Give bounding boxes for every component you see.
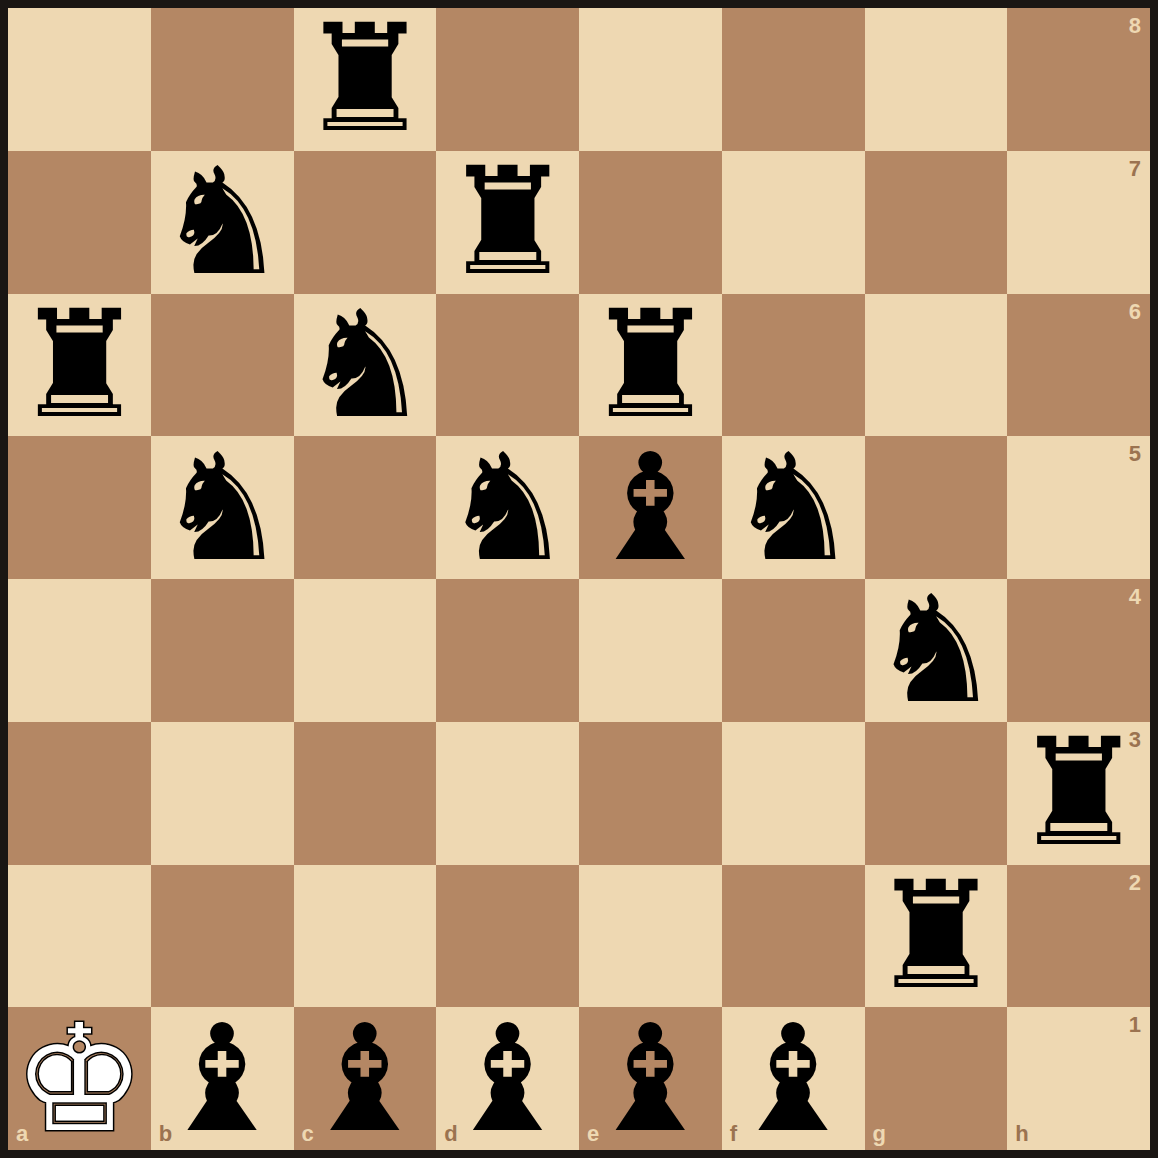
square-g4[interactable]: ♞ bbox=[865, 579, 1008, 722]
black-bishop-f1[interactable]: ♝ bbox=[722, 1007, 865, 1150]
black-bishop-b1[interactable]: ♝ bbox=[151, 1007, 294, 1150]
file-label-g: g bbox=[873, 1123, 886, 1145]
rank-label-4: 4 bbox=[1129, 586, 1141, 608]
rank-label-7: 7 bbox=[1129, 158, 1141, 180]
square-e8[interactable] bbox=[579, 8, 722, 151]
black-knight-b7[interactable]: ♞ bbox=[151, 151, 294, 294]
black-bishop-e1[interactable]: ♝ bbox=[579, 1007, 722, 1150]
square-d5[interactable]: ♞ bbox=[436, 436, 579, 579]
square-d1[interactable]: d♝ bbox=[436, 1007, 579, 1150]
square-e4[interactable] bbox=[579, 579, 722, 722]
square-a5[interactable] bbox=[8, 436, 151, 579]
black-rook-e6[interactable]: ♜ bbox=[579, 294, 722, 437]
square-e6[interactable]: ♜ bbox=[579, 294, 722, 437]
square-g6[interactable] bbox=[865, 294, 1008, 437]
square-d2[interactable] bbox=[436, 865, 579, 1008]
black-bishop-d1[interactable]: ♝ bbox=[436, 1007, 579, 1150]
square-d7[interactable]: ♜ bbox=[436, 151, 579, 294]
square-c4[interactable] bbox=[294, 579, 437, 722]
square-e2[interactable] bbox=[579, 865, 722, 1008]
square-c5[interactable] bbox=[294, 436, 437, 579]
square-g7[interactable] bbox=[865, 151, 1008, 294]
square-g8[interactable] bbox=[865, 8, 1008, 151]
black-rook-a6[interactable]: ♜ bbox=[8, 294, 151, 437]
square-f1[interactable]: f♝ bbox=[722, 1007, 865, 1150]
square-f7[interactable] bbox=[722, 151, 865, 294]
square-f2[interactable] bbox=[722, 865, 865, 1008]
square-d6[interactable] bbox=[436, 294, 579, 437]
square-e1[interactable]: e♝ bbox=[579, 1007, 722, 1150]
square-b7[interactable]: ♞ bbox=[151, 151, 294, 294]
square-a4[interactable] bbox=[8, 579, 151, 722]
rank-label-1: 1 bbox=[1129, 1014, 1141, 1036]
black-rook-c8[interactable]: ♜ bbox=[294, 8, 437, 151]
square-h5[interactable]: 5 bbox=[1007, 436, 1150, 579]
square-c3[interactable] bbox=[294, 722, 437, 865]
square-f6[interactable] bbox=[722, 294, 865, 437]
square-h3[interactable]: 3♜ bbox=[1007, 722, 1150, 865]
rank-label-6: 6 bbox=[1129, 301, 1141, 323]
square-a3[interactable] bbox=[8, 722, 151, 865]
white-king-a1[interactable]: ♚ bbox=[8, 1007, 151, 1150]
file-label-h: h bbox=[1015, 1123, 1028, 1145]
square-b3[interactable] bbox=[151, 722, 294, 865]
square-b6[interactable] bbox=[151, 294, 294, 437]
rank-label-8: 8 bbox=[1129, 15, 1141, 37]
rank-label-2: 2 bbox=[1129, 872, 1141, 894]
black-knight-g4[interactable]: ♞ bbox=[865, 579, 1008, 722]
square-f8[interactable] bbox=[722, 8, 865, 151]
square-d8[interactable] bbox=[436, 8, 579, 151]
chess-board: ♜8♞♜7♜♞♜6♞♞♝♞5♞43♜♜2a♚b♝c♝d♝e♝f♝g1h bbox=[8, 8, 1150, 1150]
square-d4[interactable] bbox=[436, 579, 579, 722]
square-b2[interactable] bbox=[151, 865, 294, 1008]
square-b4[interactable] bbox=[151, 579, 294, 722]
black-knight-f5[interactable]: ♞ bbox=[722, 436, 865, 579]
rank-label-5: 5 bbox=[1129, 443, 1141, 465]
black-knight-d5[interactable]: ♞ bbox=[436, 436, 579, 579]
square-e7[interactable] bbox=[579, 151, 722, 294]
square-c2[interactable] bbox=[294, 865, 437, 1008]
square-f3[interactable] bbox=[722, 722, 865, 865]
square-h4[interactable]: 4 bbox=[1007, 579, 1150, 722]
black-rook-g2[interactable]: ♜ bbox=[865, 865, 1008, 1008]
square-a7[interactable] bbox=[8, 151, 151, 294]
square-h1[interactable]: 1h bbox=[1007, 1007, 1150, 1150]
square-b1[interactable]: b♝ bbox=[151, 1007, 294, 1150]
square-c1[interactable]: c♝ bbox=[294, 1007, 437, 1150]
square-h7[interactable]: 7 bbox=[1007, 151, 1150, 294]
square-c7[interactable] bbox=[294, 151, 437, 294]
black-bishop-c1[interactable]: ♝ bbox=[294, 1007, 437, 1150]
board-frame: ♜8♞♜7♜♞♜6♞♞♝♞5♞43♜♜2a♚b♝c♝d♝e♝f♝g1h bbox=[0, 0, 1158, 1158]
black-bishop-e5[interactable]: ♝ bbox=[579, 436, 722, 579]
square-g2[interactable]: ♜ bbox=[865, 865, 1008, 1008]
square-h2[interactable]: 2 bbox=[1007, 865, 1150, 1008]
square-a6[interactable]: ♜ bbox=[8, 294, 151, 437]
square-a2[interactable] bbox=[8, 865, 151, 1008]
square-h6[interactable]: 6 bbox=[1007, 294, 1150, 437]
square-e5[interactable]: ♝ bbox=[579, 436, 722, 579]
black-knight-c6[interactable]: ♞ bbox=[294, 294, 437, 437]
square-b8[interactable] bbox=[151, 8, 294, 151]
black-rook-d7[interactable]: ♜ bbox=[436, 151, 579, 294]
square-f4[interactable] bbox=[722, 579, 865, 722]
square-d3[interactable] bbox=[436, 722, 579, 865]
square-a1[interactable]: a♚ bbox=[8, 1007, 151, 1150]
black-knight-b5[interactable]: ♞ bbox=[151, 436, 294, 579]
black-rook-h3[interactable]: ♜ bbox=[1007, 722, 1150, 865]
square-f5[interactable]: ♞ bbox=[722, 436, 865, 579]
square-a8[interactable] bbox=[8, 8, 151, 151]
square-g5[interactable] bbox=[865, 436, 1008, 579]
square-g1[interactable]: g bbox=[865, 1007, 1008, 1150]
square-c8[interactable]: ♜ bbox=[294, 8, 437, 151]
square-c6[interactable]: ♞ bbox=[294, 294, 437, 437]
square-g3[interactable] bbox=[865, 722, 1008, 865]
square-e3[interactable] bbox=[579, 722, 722, 865]
square-b5[interactable]: ♞ bbox=[151, 436, 294, 579]
square-h8[interactable]: 8 bbox=[1007, 8, 1150, 151]
